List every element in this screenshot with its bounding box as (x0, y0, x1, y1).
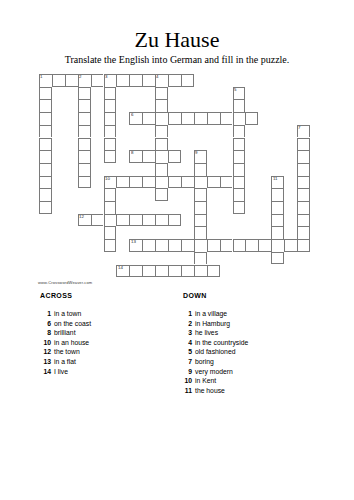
clue-down-9: 9 very modern (183, 367, 333, 377)
grid-cell-r13c12[interactable] (194, 239, 207, 252)
clue-across-14: 14 I live (40, 367, 175, 377)
grid-cell-r8c13[interactable] (207, 176, 220, 189)
clue-text: the town (54, 347, 80, 357)
grid-cell-r1c9[interactable] (155, 87, 168, 100)
grid-cell-r0c11[interactable] (181, 74, 194, 87)
grid-cell-r13c9[interactable] (155, 239, 168, 252)
grid-cell-r11c9[interactable] (155, 214, 168, 227)
grid-cell-r1c3[interactable] (78, 87, 91, 100)
clue-number: 7 (183, 357, 192, 367)
grid-cell-r8c7[interactable] (129, 176, 142, 189)
crossword-grid: 1234567891011121314 (39, 74, 311, 278)
cell-number-12: 12 (79, 215, 84, 219)
grid-cell-r9c12[interactable] (194, 188, 207, 201)
clue-number: 4 (183, 338, 192, 348)
grid-cell-r3c9[interactable] (155, 112, 168, 125)
cell-number-14: 14 (118, 266, 123, 270)
cell-number-6: 6 (131, 113, 133, 117)
grid-cell-r6c0[interactable] (39, 150, 52, 163)
clue-number: 6 (40, 319, 51, 329)
grid-cell-r13c13[interactable] (207, 239, 220, 252)
clue-down-5: 5 old fashioned (183, 347, 333, 357)
grid-cell-r6c8[interactable] (142, 150, 155, 163)
clue-across-12: 12 the town (40, 347, 175, 357)
clue-text: in Kent (195, 376, 216, 386)
grid-cell-r0c8[interactable] (142, 74, 155, 87)
grid-cell-r2c15[interactable] (233, 99, 246, 112)
grid-cell-r5c3[interactable] (78, 138, 91, 151)
grid-cell-r7c9[interactable] (155, 163, 168, 176)
down-heading: DOWN (183, 292, 333, 299)
grid-cell-r13c10[interactable] (168, 239, 181, 252)
grid-cell-r3c11[interactable] (181, 112, 194, 125)
grid-cell-r9c18[interactable] (271, 188, 284, 201)
grid-cell-r2c0[interactable] (39, 99, 52, 112)
watermark: www.CrosswordWeaver.com (38, 280, 92, 285)
grid-cell-r0c1[interactable] (52, 74, 65, 87)
grid-cell-r4c3[interactable] (78, 125, 91, 138)
grid-cell-r5c20[interactable] (297, 138, 310, 151)
cell-number-5: 5 (234, 88, 236, 92)
clue-down-3: 3 he lives (183, 328, 333, 338)
grid-cell-r2c5[interactable] (104, 99, 117, 112)
grid-cell-r6c3[interactable] (78, 150, 91, 163)
grid-cell-r9c5[interactable] (104, 188, 117, 201)
grid-cell-r7c15[interactable] (233, 163, 246, 176)
grid-cell-r10c20[interactable] (297, 201, 310, 214)
cell-number-13: 13 (131, 240, 136, 244)
grid-cell-r12c12[interactable] (194, 226, 207, 239)
grid-cell-r15c9[interactable] (155, 265, 168, 278)
grid-cell-r8c11[interactable] (181, 176, 194, 189)
clue-text: I live (54, 367, 68, 377)
grid-cell-r3c10[interactable] (168, 112, 181, 125)
grid-cell-r14c12[interactable] (194, 252, 207, 265)
clue-down-1: 1 in a village (183, 309, 333, 319)
grid-cell-r15c11[interactable] (181, 265, 194, 278)
grid-cell-r11c6[interactable] (116, 214, 129, 227)
grid-cell-r10c5[interactable] (104, 201, 117, 214)
grid-cell-r11c7[interactable] (129, 214, 142, 227)
grid-cell-r8c12[interactable] (194, 176, 207, 189)
grid-cell-r8c10[interactable] (168, 176, 181, 189)
clue-text: boring (195, 357, 214, 367)
grid-cell-r12c5[interactable] (104, 226, 117, 239)
grid-cell-r15c13[interactable] (207, 265, 220, 278)
grid-cell-r5c5[interactable] (104, 138, 117, 151)
cell-number-9: 9 (195, 151, 197, 155)
clue-down-11: 11 the house (183, 386, 333, 396)
grid-cell-r5c0[interactable] (39, 138, 52, 151)
grid-cell-r13c19[interactable] (284, 239, 297, 252)
grid-cell-r7c3[interactable] (78, 163, 91, 176)
clue-across-10: 10 in an house (40, 338, 175, 348)
clue-down-10: 10 in Kent (183, 376, 333, 386)
cell-number-3: 3 (105, 75, 107, 79)
clue-text: in the countryside (195, 338, 248, 348)
clue-number: 2 (183, 319, 192, 329)
grid-cell-r13c8[interactable] (142, 239, 155, 252)
grid-cell-r11c12[interactable] (194, 214, 207, 227)
clue-text: in Hamburg (195, 319, 230, 329)
clue-text: he lives (195, 328, 218, 338)
grid-cell-r1c0[interactable] (39, 87, 52, 100)
grid-cell-r5c9[interactable] (155, 138, 168, 151)
grid-cell-r8c14[interactable] (220, 176, 233, 189)
clue-number: 10 (183, 376, 192, 386)
clue-number: 9 (183, 367, 192, 377)
grid-cell-r0c4[interactable] (91, 74, 104, 87)
grid-cell-r11c10[interactable] (168, 214, 181, 227)
grid-cell-r6c9[interactable] (155, 150, 168, 163)
clue-text: the house (195, 386, 225, 396)
grid-cell-r6c10[interactable] (168, 150, 181, 163)
grid-cell-r8c9[interactable] (155, 176, 168, 189)
grid-cell-r13c16[interactable] (245, 239, 258, 252)
grid-cell-r3c8[interactable] (142, 112, 155, 125)
grid-cell-r8c3[interactable] (78, 176, 91, 189)
grid-cell-r14c18[interactable] (271, 252, 284, 265)
clue-down-7: 7 boring (183, 357, 333, 367)
grid-cell-r13c11[interactable] (181, 239, 194, 252)
cell-number-10: 10 (105, 177, 110, 181)
grid-cell-r7c20[interactable] (297, 163, 310, 176)
grid-cell-r15c7[interactable] (129, 265, 142, 278)
grid-cell-r4c0[interactable] (39, 125, 52, 138)
grid-cell-r3c12[interactable] (194, 112, 207, 125)
grid-cell-r8c20[interactable] (297, 176, 310, 189)
grid-cell-r8c8[interactable] (142, 176, 155, 189)
clue-number: 10 (40, 338, 51, 348)
clue-text: brilliant (54, 328, 76, 338)
clue-across-1: 1 in a town (40, 309, 175, 319)
grid-cell-r2c9[interactable] (155, 99, 168, 112)
clue-down-2: 2 in Hamburg (183, 319, 333, 329)
clue-number: 3 (183, 328, 192, 338)
across-heading: ACROSS (40, 292, 175, 299)
grid-cell-r8c15[interactable] (233, 176, 246, 189)
grid-cell-r0c2[interactable] (65, 74, 78, 87)
grid-cell-r13c5[interactable] (104, 239, 117, 252)
grid-cell-r11c4[interactable] (91, 214, 104, 227)
grid-cell-r9c0[interactable] (39, 188, 52, 201)
grid-cell-r7c0[interactable] (39, 163, 52, 176)
grid-cell-r13c14[interactable] (220, 239, 233, 252)
grid-cell-r3c14[interactable] (220, 112, 233, 125)
clue-number: 5 (183, 347, 192, 357)
grid-cell-r15c12[interactable] (194, 265, 207, 278)
grid-cell-r3c16[interactable] (245, 112, 258, 125)
grid-cell-r10c12[interactable] (194, 201, 207, 214)
grid-cell-r8c6[interactable] (116, 176, 129, 189)
grid-cell-r5c15[interactable] (233, 138, 246, 151)
grid-cell-r7c12[interactable] (194, 163, 207, 176)
clue-number: 12 (40, 347, 51, 357)
clue-text: old fashioned (195, 347, 235, 357)
grid-cell-r11c20[interactable] (297, 214, 310, 227)
clue-text: in a village (195, 309, 227, 319)
grid-cell-r15c10[interactable] (168, 265, 181, 278)
grid-cell-r1c5[interactable] (104, 87, 117, 100)
grid-cell-r3c5[interactable] (104, 112, 117, 125)
grid-cell-r4c5[interactable] (104, 125, 117, 138)
clue-number: 11 (183, 386, 192, 396)
grid-cell-r3c13[interactable] (207, 112, 220, 125)
grid-cell-r0c10[interactable] (168, 74, 181, 87)
page-title: Zu Hause (0, 27, 354, 53)
grid-cell-r0c6[interactable] (116, 74, 129, 87)
grid-cell-r10c15[interactable] (233, 201, 246, 214)
clue-text: in an house (54, 338, 89, 348)
cell-number-7: 7 (298, 126, 300, 130)
grid-cell-r13c18[interactable] (271, 239, 284, 252)
grid-cell-r13c17[interactable] (258, 239, 271, 252)
grid-cell-r8c0[interactable] (39, 176, 52, 189)
grid-cell-r9c9[interactable] (155, 188, 168, 201)
grid-cell-r6c20[interactable] (297, 150, 310, 163)
grid-cell-r6c5[interactable] (104, 150, 117, 163)
clue-down-4: 4 in the countryside (183, 338, 333, 348)
page-subtitle: Translate the English into German and fi… (0, 54, 354, 65)
cell-number-8: 8 (131, 151, 133, 155)
clue-across-8: 8 brilliant (40, 328, 175, 338)
grid-cell-r11c8[interactable] (142, 214, 155, 227)
grid-cell-r4c9[interactable] (155, 125, 168, 138)
grid-cell-r9c15[interactable] (233, 188, 246, 201)
grid-cell-r3c3[interactable] (78, 112, 91, 125)
clue-number: 1 (40, 309, 51, 319)
grid-cell-r11c5[interactable] (104, 214, 117, 227)
grid-cell-r3c15[interactable] (233, 112, 246, 125)
grid-cell-r12c20[interactable] (297, 226, 310, 239)
grid-cell-r13c20[interactable] (297, 239, 310, 252)
clue-text: very modern (195, 367, 233, 377)
clue-number: 1 (183, 309, 192, 319)
clue-number: 13 (40, 357, 51, 367)
grid-cell-r10c0[interactable] (39, 201, 52, 214)
grid-cell-r10c18[interactable] (271, 201, 284, 214)
grid-cell-r12c18[interactable] (271, 226, 284, 239)
clue-number: 8 (40, 328, 51, 338)
grid-cell-r4c15[interactable] (233, 125, 246, 138)
grid-cell-r3c0[interactable] (39, 112, 52, 125)
grid-cell-r13c15[interactable] (233, 239, 246, 252)
down-clues-section: DOWN 1 in a village 2 in Hamburg 3 he li… (183, 292, 333, 395)
grid-cell-r15c8[interactable] (142, 265, 155, 278)
cell-number-11: 11 (273, 177, 278, 181)
clue-across-13: 13 in a flat (40, 357, 175, 367)
grid-cell-r9c20[interactable] (297, 188, 310, 201)
clue-text: in a town (54, 309, 81, 319)
grid-cell-r6c15[interactable] (233, 150, 246, 163)
cell-number-2: 2 (79, 75, 81, 79)
grid-cell-r11c18[interactable] (271, 214, 284, 227)
cell-number-1: 1 (40, 75, 42, 79)
grid-cell-r0c7[interactable] (129, 74, 142, 87)
across-clues-section: ACROSS 1 in a town 6 on the coast 8 bril… (40, 292, 175, 376)
grid-cell-r2c3[interactable] (78, 99, 91, 112)
clue-number: 14 (40, 367, 51, 377)
clue-text: in a flat (54, 357, 76, 367)
clue-across-6: 6 on the coast (40, 319, 175, 329)
clue-text: on the coast (54, 319, 91, 329)
